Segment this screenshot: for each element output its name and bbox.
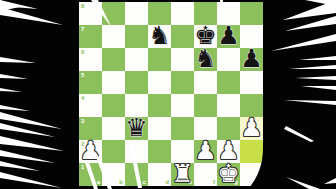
square-d4[interactable]	[148, 94, 171, 117]
square-c6[interactable]	[125, 48, 148, 71]
file-label-c: c	[143, 179, 146, 185]
square-g6[interactable]	[217, 48, 240, 71]
rank-label-4: 4	[81, 95, 84, 101]
square-h5[interactable]	[240, 71, 263, 94]
square-f2[interactable]: ♟	[194, 140, 217, 163]
square-b7[interactable]	[102, 25, 125, 48]
square-b4[interactable]	[102, 94, 125, 117]
square-c7[interactable]	[125, 25, 148, 48]
square-a1[interactable]: 1a	[79, 163, 102, 186]
square-g4[interactable]	[217, 94, 240, 117]
square-h3[interactable]: ♟	[240, 117, 263, 140]
square-d6[interactable]	[148, 48, 171, 71]
white-pawn-f2[interactable]: ♟	[194, 139, 217, 162]
square-h2[interactable]	[240, 140, 263, 163]
square-c5[interactable]	[125, 71, 148, 94]
square-h1[interactable]: h	[240, 163, 263, 186]
square-c3[interactable]: ♛	[125, 117, 148, 140]
square-c2[interactable]	[125, 140, 148, 163]
square-e6[interactable]	[171, 48, 194, 71]
white-pawn-h3[interactable]: ♟	[240, 116, 263, 139]
square-a5[interactable]: 5	[79, 71, 102, 94]
square-g7[interactable]: ♟	[217, 25, 240, 48]
white-rook-e1[interactable]: ♜	[171, 162, 194, 185]
square-c1[interactable]: c	[125, 163, 148, 186]
square-d1[interactable]: d	[148, 163, 171, 186]
file-label-b: b	[119, 179, 123, 185]
square-d5[interactable]	[148, 71, 171, 94]
square-d7[interactable]: ♞	[148, 25, 171, 48]
rank-label-8: 8	[81, 3, 84, 9]
square-a4[interactable]: 4	[79, 94, 102, 117]
square-f4[interactable]	[194, 94, 217, 117]
rank-label-7: 7	[81, 26, 84, 32]
square-a8[interactable]: 8	[79, 2, 102, 25]
square-b6[interactable]	[102, 48, 125, 71]
white-king-g1[interactable]: ♚	[217, 162, 240, 185]
square-g5[interactable]	[217, 71, 240, 94]
file-label-f: f	[213, 179, 215, 185]
square-b1[interactable]: b	[102, 163, 125, 186]
square-e7[interactable]	[171, 25, 194, 48]
square-f5[interactable]	[194, 71, 217, 94]
file-label-h: h	[257, 179, 261, 185]
square-e4[interactable]	[171, 94, 194, 117]
square-h6[interactable]: ♟	[240, 48, 263, 71]
black-knight-d7[interactable]: ♞	[148, 24, 171, 47]
square-e5[interactable]	[171, 71, 194, 94]
square-e1[interactable]: e♜	[171, 163, 194, 186]
square-d3[interactable]	[148, 117, 171, 140]
square-a2[interactable]: 2♟	[79, 140, 102, 163]
black-pawn-h6[interactable]: ♟	[240, 47, 263, 70]
rank-label-6: 6	[81, 49, 84, 55]
white-pawn-a2[interactable]: ♟	[79, 139, 102, 162]
chess-board[interactable]: 87♞♚♟6♞♟543♛♟2♟♟♟1abcde♜fg♚h	[79, 2, 263, 186]
square-f6[interactable]: ♞	[194, 48, 217, 71]
square-e8[interactable]	[171, 2, 194, 25]
square-h8[interactable]	[240, 2, 263, 25]
square-g1[interactable]: g♚	[217, 163, 240, 186]
black-queen-c3[interactable]: ♛	[125, 116, 148, 139]
square-d2[interactable]	[148, 140, 171, 163]
square-f1[interactable]: f	[194, 163, 217, 186]
square-b8[interactable]	[102, 2, 125, 25]
thumbnail-stage: 87♞♚♟6♞♟543♛♟2♟♟♟1abcde♜fg♚h	[0, 0, 336, 189]
black-knight-f6[interactable]: ♞	[194, 47, 217, 70]
square-a7[interactable]: 7	[79, 25, 102, 48]
square-b2[interactable]	[102, 140, 125, 163]
square-b5[interactable]	[102, 71, 125, 94]
rank-label-5: 5	[81, 72, 84, 78]
square-e3[interactable]	[171, 117, 194, 140]
rank-label-1: 1	[81, 164, 84, 170]
file-label-a: a	[97, 179, 100, 185]
square-a6[interactable]: 6	[79, 48, 102, 71]
black-pawn-g7[interactable]: ♟	[217, 24, 240, 47]
square-c8[interactable]	[125, 2, 148, 25]
file-label-d: d	[165, 179, 169, 185]
square-b3[interactable]	[102, 117, 125, 140]
rank-label-3: 3	[81, 118, 84, 124]
